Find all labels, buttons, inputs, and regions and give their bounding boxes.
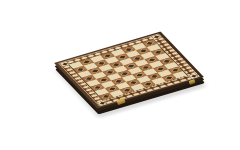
- diamond-inlay: [145, 83, 151, 86]
- chess-board: [54, 32, 204, 109]
- diamond-inlay: [124, 89, 130, 92]
- diamond-inlay: [166, 76, 172, 79]
- corner-medallion: [188, 73, 199, 78]
- corner-medallion: [97, 100, 108, 105]
- diamond-inlay: [103, 95, 109, 98]
- scene: [0, 0, 240, 150]
